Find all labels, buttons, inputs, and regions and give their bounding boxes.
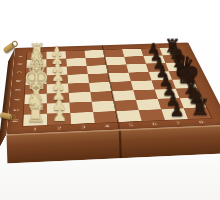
piece-black-pawn[interactable]: ♟ (169, 103, 184, 120)
square[interactable] (69, 92, 92, 103)
box-fold-seam (119, 131, 122, 159)
square[interactable] (114, 100, 139, 111)
square[interactable]: ♟ (47, 113, 71, 125)
square[interactable]: ♟ (161, 108, 188, 120)
chessboard: ♜♟♟♜♞♟♟♞♝♟♟♝♛♟♟♛♚♟♟♚♝♟♟♝♞♟♟♞♜♟♟♜ ABCDEFG… (6, 42, 220, 134)
square[interactable] (68, 83, 90, 93)
square[interactable] (131, 80, 155, 90)
photo-background: ♜♟♟♜♞♟♟♞♝♟♟♝♛♟♟♛♚♟♟♚♝♟♟♝♞♟♟♞♜♟♟♜ ABCDEFG… (0, 0, 220, 200)
piece-black-rook[interactable]: ♜ (190, 96, 210, 118)
piece-white-pawn[interactable]: ♟ (52, 107, 67, 124)
piece-white-rook[interactable]: ♜ (25, 103, 45, 126)
square[interactable] (70, 112, 95, 124)
square[interactable]: ♜ (23, 114, 47, 126)
square[interactable] (112, 90, 136, 100)
square[interactable] (108, 73, 131, 82)
square[interactable] (116, 110, 142, 122)
square[interactable]: ♜ (184, 107, 211, 119)
